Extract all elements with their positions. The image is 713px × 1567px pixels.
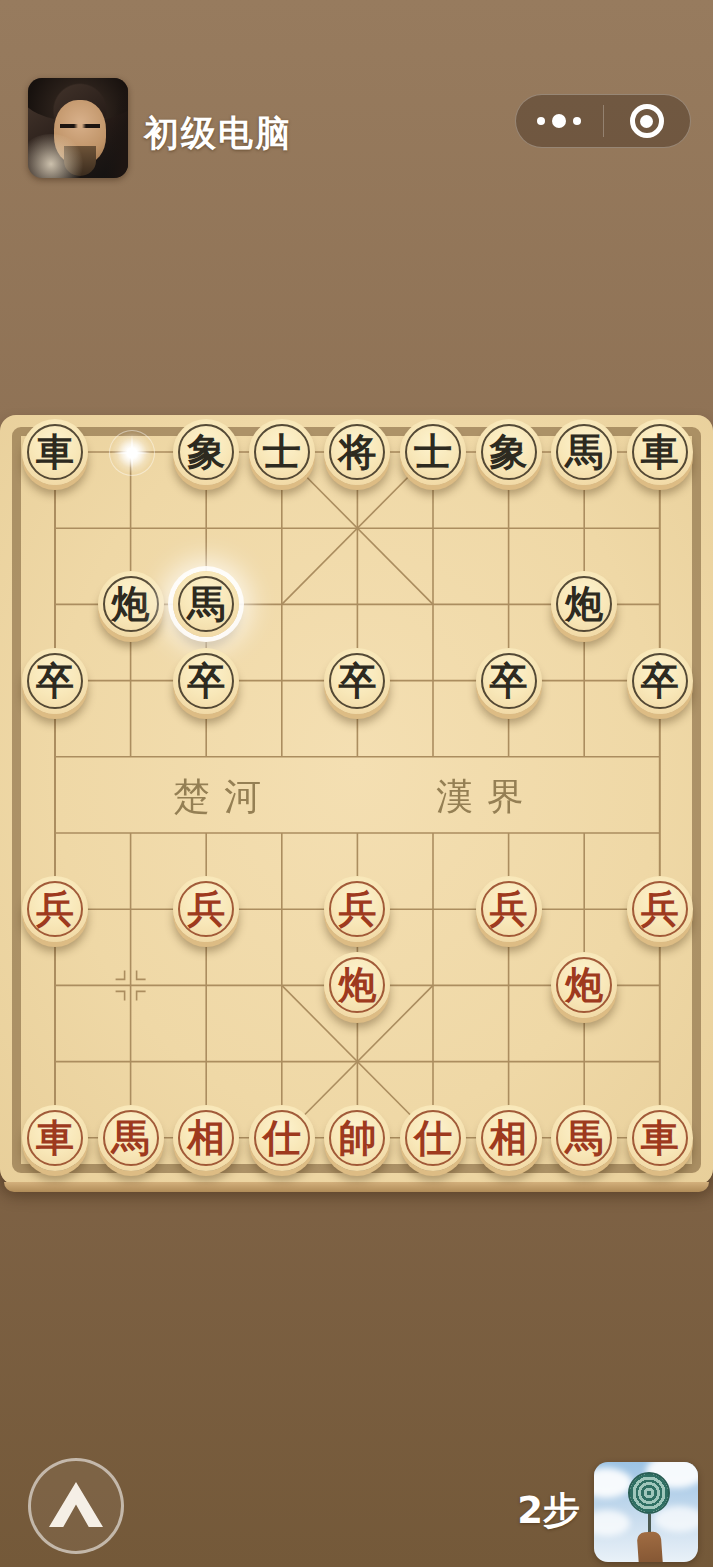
piece-glyph: 卒	[338, 662, 376, 700]
piece-g1-red[interactable]: 相	[476, 1105, 542, 1171]
piece-i7-black[interactable]: 卒	[627, 648, 693, 714]
piece-glyph: 卒	[36, 662, 74, 700]
piece-glyph: 車	[641, 1119, 679, 1157]
xiangqi-board[interactable]: 楚河 漢界 車象士将士象馬車炮馬炮卒卒卒卒卒兵兵兵兵兵炮炮車馬相仕帥仕相馬車	[0, 415, 713, 1185]
piece-glyph: 兵	[641, 890, 679, 928]
piece-d10-black[interactable]: 士	[249, 419, 315, 485]
piece-f10-black[interactable]: 士	[400, 419, 466, 485]
piece-g7-black[interactable]: 卒	[476, 648, 542, 714]
piece-a7-black[interactable]: 卒	[22, 648, 88, 714]
piece-i1-red[interactable]: 車	[627, 1105, 693, 1171]
piece-glyph: 士	[263, 433, 301, 471]
piece-glyph: 象	[187, 433, 225, 471]
piece-glyph: 兵	[338, 890, 376, 928]
piece-glyph: 将	[338, 433, 376, 471]
piece-glyph: 車	[36, 1119, 74, 1157]
piece-b1-red[interactable]: 馬	[98, 1105, 164, 1171]
piece-glyph: 卒	[490, 662, 528, 700]
piece-glyph: 仕	[414, 1119, 452, 1157]
piece-e10-black[interactable]: 将	[324, 419, 390, 485]
more-options-button[interactable]	[516, 95, 603, 147]
move-counter: 2步	[400, 1486, 580, 1536]
piece-glyph: 炮	[338, 966, 376, 1004]
piece-glyph: 馬	[565, 1119, 603, 1157]
avatar-hair-side	[98, 88, 128, 178]
piece-c7-black[interactable]: 卒	[173, 648, 239, 714]
spiral-lollipop-icon	[628, 1472, 670, 1514]
piece-c4-red[interactable]: 兵	[173, 876, 239, 942]
piece-glyph: 相	[187, 1119, 225, 1157]
piece-glyph: 兵	[490, 890, 528, 928]
piece-glyph: 兵	[36, 890, 74, 928]
opponent-name: 初级电脑	[144, 110, 292, 157]
piece-h10-black[interactable]: 馬	[551, 419, 617, 485]
promo-thumbnail[interactable]	[594, 1462, 698, 1562]
piece-glyph: 馬	[187, 585, 225, 623]
piece-glyph: 炮	[112, 585, 150, 623]
piece-glyph: 車	[641, 433, 679, 471]
piece-glyph: 士	[414, 433, 452, 471]
piece-h1-red[interactable]: 馬	[551, 1105, 617, 1171]
piece-f1-red[interactable]: 仕	[400, 1105, 466, 1171]
hand-shape	[637, 1531, 664, 1562]
piece-a10-black[interactable]: 車	[22, 419, 88, 485]
piece-i4-red[interactable]: 兵	[627, 876, 693, 942]
piece-glyph: 相	[490, 1119, 528, 1157]
piece-c1-red[interactable]: 相	[173, 1105, 239, 1171]
piece-g4-red[interactable]: 兵	[476, 876, 542, 942]
piece-a1-red[interactable]: 車	[22, 1105, 88, 1171]
piece-glyph: 馬	[565, 433, 603, 471]
piece-glyph: 馬	[112, 1119, 150, 1157]
wechat-capsule	[515, 94, 691, 148]
cloud-shape	[594, 1510, 630, 1536]
piece-glyph: 象	[490, 433, 528, 471]
piece-glyph: 卒	[641, 662, 679, 700]
exit-button[interactable]	[604, 95, 691, 147]
cloud-shape	[594, 1468, 632, 1498]
piece-e7-black[interactable]: 卒	[324, 648, 390, 714]
piece-b8-black[interactable]: 炮	[98, 571, 164, 637]
piece-d1-red[interactable]: 仕	[249, 1105, 315, 1171]
last-move-origin-marker	[109, 430, 155, 476]
circle-dot-icon	[630, 104, 664, 138]
piece-e1-red[interactable]: 帥	[324, 1105, 390, 1171]
piece-glyph: 帥	[338, 1119, 376, 1157]
triangle-mountain-icon	[40, 1470, 112, 1542]
board-grid	[0, 415, 713, 1185]
piece-glyph: 炮	[565, 966, 603, 1004]
avatar-eyes	[60, 124, 100, 128]
piece-glyph: 仕	[263, 1119, 301, 1157]
river-label-right: 漢界	[400, 767, 560, 827]
piece-glyph: 卒	[187, 662, 225, 700]
piece-a4-red[interactable]: 兵	[22, 876, 88, 942]
app-logo-button[interactable]	[28, 1458, 124, 1554]
ellipsis-icon	[537, 114, 581, 128]
river-label-left: 楚河	[137, 767, 297, 827]
piece-glyph: 兵	[187, 890, 225, 928]
opponent-avatar	[28, 78, 128, 178]
piece-g10-black[interactable]: 象	[476, 419, 542, 485]
piece-glyph: 炮	[565, 585, 603, 623]
piece-glyph: 車	[36, 433, 74, 471]
piece-c10-black[interactable]: 象	[173, 419, 239, 485]
piece-i10-black[interactable]: 車	[627, 419, 693, 485]
